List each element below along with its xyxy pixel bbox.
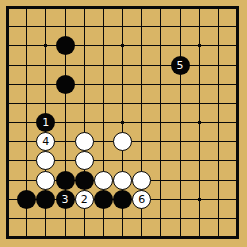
- stone-white: [75, 151, 94, 170]
- stone-white: [132, 171, 151, 190]
- stone-white: [36, 171, 55, 190]
- move-number-label: 5: [177, 60, 184, 71]
- move-number-label: 1: [42, 117, 49, 128]
- star-point: [121, 121, 124, 124]
- move-number-label: 4: [42, 136, 49, 147]
- move-number-label: 3: [62, 194, 69, 205]
- stone-white: [94, 171, 113, 190]
- stone-black: [56, 171, 75, 190]
- grid-line-vertical: [218, 9, 219, 236]
- stone-black: [17, 190, 36, 209]
- stone-black: [56, 36, 75, 55]
- stone-white: 6: [132, 190, 151, 209]
- stone-black: [94, 190, 113, 209]
- stone-black: [56, 75, 75, 94]
- star-point: [44, 44, 47, 47]
- stone-black: 5: [171, 56, 190, 75]
- stone-black: 3: [56, 190, 75, 209]
- stone-white: [113, 171, 132, 190]
- grid-line-horizontal: [9, 218, 236, 219]
- stone-black: [113, 190, 132, 209]
- star-point: [198, 44, 201, 47]
- star-point: [198, 198, 201, 201]
- stone-white: 2: [75, 190, 94, 209]
- stone-black: [36, 190, 55, 209]
- star-point: [121, 44, 124, 47]
- stone-white: [75, 132, 94, 151]
- go-diagram: 514326: [0, 0, 247, 247]
- move-number-label: 6: [138, 194, 145, 205]
- grid-line-vertical: [160, 9, 161, 236]
- stone-black: [75, 171, 94, 190]
- move-number-label: 2: [81, 194, 88, 205]
- star-point: [198, 121, 201, 124]
- grid-line-vertical: [180, 9, 181, 236]
